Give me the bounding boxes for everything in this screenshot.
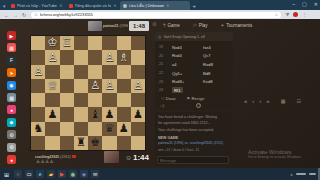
square-g6[interactable]: ♟ [45,107,59,121]
browser-tab-3[interactable]: Lừa Liễu | Unknown✕ [120,1,190,10]
square-g5[interactable] [45,93,59,107]
square-d1[interactable] [88,36,102,50]
square-a6[interactable]: ♟ [131,107,145,121]
square-d8[interactable]: ♚ [88,136,102,150]
draw-button[interactable]: ½ Draw [161,96,175,101]
opening-header: ◎ Van't Kruijs Opening 1. e3 [155,32,233,41]
square-g8[interactable] [45,136,59,150]
top-player-bar: patrixia31 (1996) ▶ 1:48 [88,20,149,31]
black-king[interactable]: ♚ [88,136,102,150]
game-actions: ½ Draw ⚑ Resign [155,96,233,101]
tab-title: Tổng đấu quân và hạn con v... [75,3,112,8]
square-b7[interactable]: ♟ [117,122,131,136]
square-c8[interactable] [102,136,116,150]
square-c7[interactable]: ♛ [102,122,116,136]
tab-title: Phát cá hấp - YouTube Mu... [17,3,58,8]
square-g4[interactable]: ♕ [45,79,59,93]
square-c3[interactable] [102,65,116,79]
chat-line: win +11 / draw 0 / loss -11 [158,147,230,153]
square-e3[interactable] [74,65,88,79]
square-b6[interactable] [117,107,131,121]
chat-line: Your challenge has been accepted. [158,127,230,133]
orange-arrow-icon[interactable]: ➤ [7,68,16,77]
board-settings-gear-icon[interactable]: ⚙ [152,21,156,27]
activate-windows-watermark: Activate Windows Go to Settings to activ… [248,149,302,159]
window-controls: – ▢ ✕ [292,0,318,9]
white-king[interactable]: ♔ [45,36,59,50]
taskbar-folder-icon[interactable]: ▰ [47,170,55,178]
tab-search-icon[interactable]: ▾ [3,3,6,9]
white-move[interactable]: Nxd4 [172,45,203,50]
play-icon: ⚐ [193,23,197,28]
black-queen[interactable]: ♛ [102,122,116,136]
gear-icon-1[interactable]: ⚙ [7,130,16,139]
bottom-player-avatar [104,151,119,163]
square-d2[interactable] [88,50,102,64]
youtube-favicon [11,4,15,8]
square-b1[interactable] [117,36,131,50]
move-panel: ◎ Van't Kruijs Opening 1. e3 19Nxd4fxe42… [155,32,233,110]
square-d5[interactable] [88,93,102,107]
white-pawn[interactable]: ♙ [88,79,102,93]
bottom-player-flag-icon [72,155,76,158]
red-media-icon[interactable]: ▶ [7,31,16,40]
tab-close-icon[interactable]: ✕ [166,3,169,8]
bottom-player-clock: ⊙ 1:44 [126,153,149,162]
clock-icon: ⊙ [126,154,131,161]
square-f1[interactable]: ♖ [60,36,74,50]
youtube-favicon [69,4,73,8]
square-f6[interactable] [60,107,74,121]
first-move-button[interactable]: « [244,98,247,104]
extensions-icon[interactable]: ⧩ [285,12,289,17]
top-player-clock: 1:48 [129,21,149,31]
browser-profile-avatar[interactable] [293,12,298,17]
square-c1[interactable] [102,36,116,50]
square-c6[interactable]: ♟ [102,107,116,121]
square-e5[interactable] [74,93,88,107]
square-h7[interactable]: ♞ [31,122,45,136]
move-list: 19Nxd4fxe420Rxd4Qc721a4Rad822Qg5+Bd823Rx… [155,41,233,95]
white-pawn[interactable]: ♙ [102,50,116,64]
square-f8[interactable] [60,136,74,150]
top-player-rating: (1996) [120,24,128,28]
square-d3[interactable] [88,65,102,79]
square-a8[interactable] [131,136,145,150]
square-d7[interactable] [88,122,102,136]
square-h6[interactable] [31,107,45,121]
taskbar-mail-icon[interactable]: ✉ [91,170,99,178]
square-f2[interactable] [60,50,74,64]
taskbar-taskview-icon[interactable]: ▭ [25,170,33,178]
square-e2[interactable] [74,50,88,64]
white-pawn[interactable]: ♙ [131,79,145,93]
square-g3[interactable] [45,65,59,79]
black-rook[interactable]: ♜ [74,136,88,150]
square-d6[interactable]: ♝ [88,107,102,121]
black-move[interactable]: fxe4 [203,45,233,50]
chat-messages: You have found a challenger. Waitingfor … [158,114,230,153]
person-favicon [123,4,127,8]
panel-icons: ◁) ? [155,103,233,108]
top-player-name[interactable]: patrixia31 (1996) ▶ [103,24,128,28]
move-row-21: 21a4Rad8 [155,60,233,69]
nav-tournaments[interactable]: ✶Tournaments [220,23,252,28]
black-pawn[interactable]: ♟ [102,107,116,121]
replay-menu-icon[interactable]: ☷ [296,99,300,104]
analysis-board-icon[interactable]: ▦ [281,99,286,104]
tournaments-icon: ✶ [220,23,224,28]
black-pawn[interactable]: ♟ [45,107,59,121]
sound-icon[interactable]: ◁) [160,103,164,108]
system-tray: ∧ [290,168,316,180]
square-g7[interactable] [45,122,59,136]
chat-message-input[interactable] [157,156,229,164]
tab-title: Lừa Liễu | Unknown [129,3,165,8]
white-pawn[interactable]: ♙ [102,79,116,93]
close-button[interactable]: ✕ [314,0,318,9]
tabs: Phát cá hấp - YouTube Mu...✕Tổng đấu quâ… [8,1,190,10]
chat-panel: You have found a challenger. Waitingfor … [155,112,233,166]
square-a5[interactable] [131,93,145,107]
black-knight[interactable]: ♞ [31,122,45,136]
square-e4[interactable] [74,79,88,93]
black-bishop[interactable]: ♝ [88,107,102,121]
tray-chevron-icon[interactable]: ∧ [290,172,293,177]
square-f4[interactable] [60,79,74,93]
tray-clock-area[interactable] [296,173,306,175]
next-move-button[interactable]: › [259,98,261,104]
square-h2[interactable] [31,50,45,64]
move-row-23: 23Rxd8+Kxd8 [155,77,233,86]
photo-icon[interactable]: ▦ [7,93,16,102]
black-pawn[interactable]: ♟ [117,122,131,136]
bookmark-star-icon[interactable]: ☆ [274,12,278,17]
taskbar-media-icon[interactable]: ▶ [58,170,66,178]
gem-icon[interactable]: ◆ [7,118,16,127]
site-nav: ϟGame⚐Play✶Tournaments [163,21,313,30]
square-a4[interactable]: ♙ [131,79,145,93]
browser-tab-1[interactable]: Phát cá hấp - YouTube Mu...✕ [8,1,66,10]
move-number: 24 [159,88,172,92]
square-d4[interactable]: ♙ [88,79,102,93]
tab-close-icon[interactable]: ✕ [113,3,116,8]
taskbar: ⊞ ○▭e▰▶◉◈✉ ∧ [0,168,320,180]
square-h4[interactable] [31,79,45,93]
nav-play[interactable]: ⚐Play [193,23,208,28]
red-dot-icon[interactable]: ● [7,155,16,164]
resign-button[interactable]: ⚑ Resign [186,96,204,101]
gear-icon-2[interactable]: ⚙ [7,143,16,152]
move-row-20: 20Rxd4Qc7 [155,52,233,61]
square-f3[interactable] [60,65,74,79]
move-row-22: 22Qg5+Bd8 [155,69,233,78]
white-pawn[interactable]: ♙ [31,65,45,79]
square-b4[interactable] [117,79,131,93]
top-player-avatar [88,21,102,31]
square-h5[interactable] [31,93,45,107]
white-move[interactable]: Rf1 [172,87,183,93]
square-h1[interactable] [31,36,45,50]
square-e8[interactable]: ♜ [74,136,88,150]
f-logo-icon[interactable]: F [7,56,16,65]
square-b3[interactable] [117,65,131,79]
square-g1[interactable]: ♔ [45,36,59,50]
square-e1[interactable] [74,36,88,50]
black-pawn[interactable]: ♟ [131,107,145,121]
site-info-icon[interactable]: ⓘ [34,13,38,17]
blue-sphere-icon[interactable]: ◉ [7,81,16,90]
square-e7[interactable] [74,122,88,136]
help-icon[interactable]: ? [196,103,201,108]
square-c2[interactable]: ♙ [102,50,116,64]
side-icon-strip: ▶▦F➤◉▦●◆⚙⚙● [0,25,28,168]
square-a1[interactable] [131,36,145,50]
game-icon: ϟ [163,23,165,28]
white-move[interactable]: a4 [172,62,203,67]
black-move[interactable]: Kxd8 [203,79,233,84]
tab-close-icon[interactable]: ✕ [59,3,62,8]
browser-menu-icon[interactable]: ⋮ [302,12,307,17]
black-move[interactable]: Bd8 [203,71,233,76]
black-move[interactable]: Rad8 [203,62,233,67]
lichess-page: ▶▦F➤◉▦●◆⚙⚙● patrixia31 (1996) ▶ 1:48 ⚙ ♔… [0,19,320,168]
white-move[interactable]: Rxd8+ [172,79,203,84]
prev-move-button[interactable]: ‹ [252,98,254,104]
browser-tab-2[interactable]: Tổng đấu quân và hạn con v...✕ [66,1,120,10]
square-h8[interactable] [31,136,45,150]
new-tab-button[interactable]: + [193,3,197,9]
white-move[interactable]: Rxd4 [172,53,203,58]
move-number: 21 [159,62,172,66]
move-row-24: 24Rf1 [155,86,233,95]
replay-controls: « ‹ › » ▦ ☷ [244,98,301,104]
move-row-19: 19Nxd4fxe4 [155,43,233,52]
tray-date-area [309,173,316,175]
square-b8[interactable] [117,136,131,150]
nav-game[interactable]: ϟGame [163,23,180,28]
taskbar-chrome-icon[interactable]: ◉ [69,170,77,178]
url-field[interactable]: ⓘ lichess.org/wvlrky1v92233555 ☆ [31,12,281,18]
taskbar-app-icon[interactable]: ◈ [80,170,88,178]
white-rook[interactable]: ♖ [60,36,74,50]
screen: ▾ Phát cá hấp - YouTube Mu...✕Tổng đấu q… [0,0,320,180]
bottom-player-rating: (1912) [60,155,70,159]
square-c5[interactable] [102,93,116,107]
move-number: 20 [159,54,172,58]
square-f5[interactable] [60,93,74,107]
pink-ball-icon[interactable]: ● [7,105,16,114]
reload-icon[interactable]: ↻ [22,12,26,18]
square-a3[interactable] [131,65,145,79]
square-a7[interactable] [131,122,145,136]
opening-name: Van't Kruijs Opening 1. e3 [164,35,205,39]
start-button[interactable]: ⊞ [4,171,9,178]
captured-pieces: ♙♙♙♙ [36,159,54,164]
maximize-button[interactable]: ▢ [302,0,307,9]
white-queen[interactable]: ♕ [45,79,59,93]
square-c4[interactable]: ♙ [102,79,116,93]
square-f7[interactable] [60,122,74,136]
taskbar-search-icon[interactable]: ○ [14,170,22,178]
taskbar-icons: ○▭e▰▶◉◈✉ [14,170,102,178]
browser-tab-bar: ▾ Phát cá hấp - YouTube Mu...✕Tổng đấu q… [0,0,320,10]
move-number: 22 [159,71,172,75]
forward-icon[interactable]: → [13,12,18,18]
white-pawn[interactable]: ♙ [45,50,59,64]
taskbar-edge-icon[interactable]: e [36,170,44,178]
minimize-button[interactable]: – [292,0,295,9]
last-move-button[interactable]: » [266,98,269,104]
move-number: 23 [159,80,172,84]
red-badge-icon[interactable]: ▦ [7,43,16,52]
black-move[interactable]: Qc7 [203,53,233,58]
square-e6[interactable] [74,107,88,121]
square-b5[interactable] [117,93,131,107]
white-bishop[interactable]: ♗ [117,50,131,64]
url-text[interactable]: lichess.org/wvlrky1v92233555 [40,12,274,17]
square-h3[interactable]: ♙ [31,65,45,79]
square-a2[interactable] [131,50,145,64]
square-g2[interactable]: ♙ [45,50,59,64]
address-bar: ← → ↻ ⓘ lichess.org/wvlrky1v92233555 ☆ ⧩… [0,10,320,19]
chess-board: ♔♖♙♙♗♙♕♙♙♙♟♝♟♟♞♛♟♜♚ [31,36,145,150]
back-icon[interactable]: ← [4,12,9,18]
square-b2[interactable]: ♗ [117,50,131,64]
opening-book-icon: ◎ [158,34,162,39]
move-number: 19 [159,45,172,49]
white-move[interactable]: Qg5+ [172,71,203,76]
